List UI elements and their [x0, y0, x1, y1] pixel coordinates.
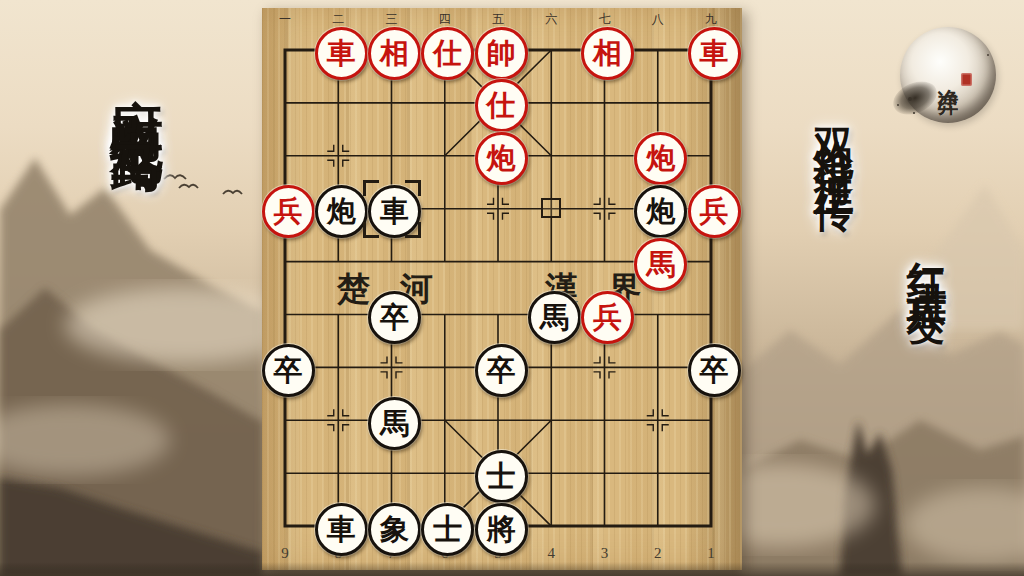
file-label-top: 八	[646, 11, 670, 28]
file-label-bottom: 3	[593, 545, 617, 562]
piece-black-soldier[interactable]: 卒	[262, 344, 315, 397]
piece-black-advisor[interactable]: 士	[421, 503, 474, 556]
piece-red-soldier[interactable]: 兵	[262, 185, 315, 238]
piece-black-general[interactable]: 將	[475, 503, 528, 556]
file-label-top: 五	[486, 11, 510, 28]
file-label-top: 六	[539, 11, 563, 28]
piece-black-horse[interactable]: 馬	[368, 397, 421, 450]
xiangqi-board[interactable]: 一二三四五六七八九 987654321 楚河 漢界 車相仕帥相車仕炮炮兵炮車炮兵…	[262, 8, 742, 570]
file-label-top: 九	[699, 11, 723, 28]
video-frame: 应对中炮七路马 双炮过河正传 红三进兵变 净弈 一二三四五六七八九 987654…	[0, 0, 1024, 576]
piece-red-general[interactable]: 帥	[475, 27, 528, 80]
file-label-top: 七	[593, 11, 617, 28]
piece-red-advisor[interactable]: 仕	[421, 27, 474, 80]
piece-red-soldier[interactable]: 兵	[688, 185, 741, 238]
file-label-bottom: 2	[646, 545, 670, 562]
river-char: 楚	[337, 267, 370, 312]
left-title: 应对中炮七路马	[101, 56, 173, 112]
right-title-secondary: 红三进兵变	[899, 230, 954, 280]
piece-black-advisor[interactable]: 士	[475, 450, 528, 503]
channel-logo: 净弈	[900, 27, 996, 123]
piece-red-elephant[interactable]: 相	[368, 27, 421, 80]
piece-black-elephant[interactable]: 象	[368, 503, 421, 556]
piece-red-advisor[interactable]: 仕	[475, 79, 528, 132]
red-seal-icon	[961, 73, 972, 86]
piece-black-chariot[interactable]: 車	[315, 503, 368, 556]
piece-red-cannon[interactable]: 炮	[475, 132, 528, 185]
file-label-top: 四	[433, 11, 457, 28]
logo-text: 净弈	[934, 72, 962, 78]
piece-red-horse[interactable]: 馬	[634, 238, 687, 291]
piece-black-soldier[interactable]: 卒	[688, 344, 741, 397]
right-title-primary: 双炮过河正传	[806, 96, 861, 174]
file-label-top: 二	[326, 11, 350, 28]
file-label-bottom: 9	[273, 545, 297, 562]
piece-red-chariot[interactable]: 車	[315, 27, 368, 80]
piece-black-chariot[interactable]: 車	[368, 185, 421, 238]
file-label-bottom: 4	[539, 545, 563, 562]
piece-red-soldier[interactable]: 兵	[581, 291, 634, 344]
file-label-top: 一	[273, 11, 297, 28]
piece-red-elephant[interactable]: 相	[581, 27, 634, 80]
piece-black-soldier[interactable]: 卒	[368, 291, 421, 344]
birds-icon	[164, 175, 242, 194]
file-label-bottom: 1	[699, 545, 723, 562]
file-label-top: 三	[380, 11, 404, 28]
move-origin-marker	[541, 198, 561, 218]
piece-black-soldier[interactable]: 卒	[475, 344, 528, 397]
piece-red-chariot[interactable]: 車	[688, 27, 741, 80]
piece-black-horse[interactable]: 馬	[528, 291, 581, 344]
piece-black-cannon[interactable]: 炮	[315, 185, 368, 238]
